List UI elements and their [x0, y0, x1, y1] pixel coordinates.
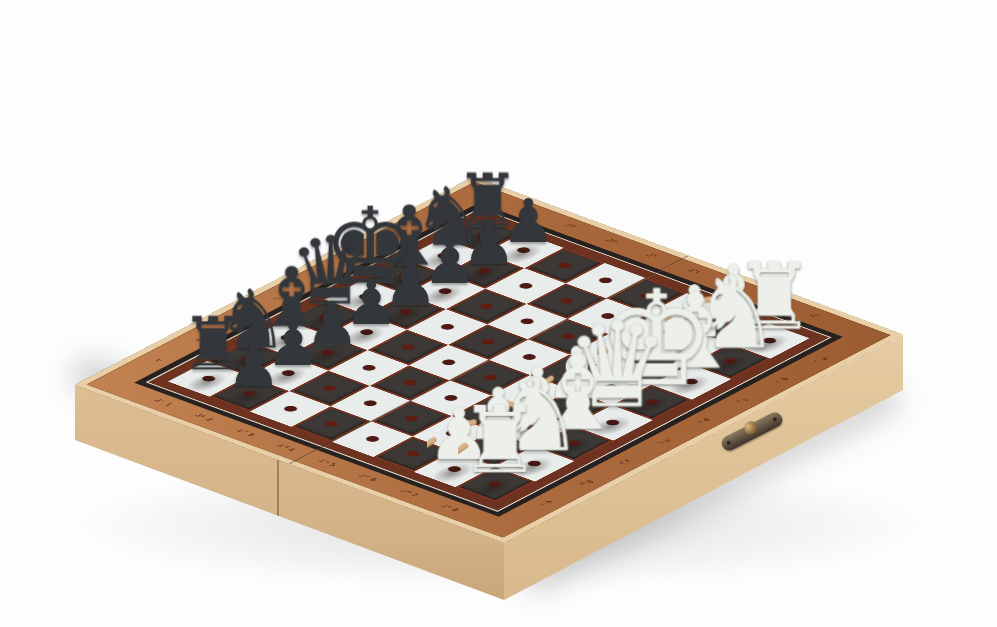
wooden-peg-icon: [418, 436, 437, 452]
product-photo-stage: Folding wooden tactile braille chess set…: [0, 0, 997, 627]
latch-screw-icon: [726, 440, 731, 445]
piece-white-rook[interactable]: ♜: [458, 394, 540, 486]
latch-screw-icon: [772, 417, 777, 422]
piece-black-pawn[interactable]: ♟: [227, 335, 281, 395]
